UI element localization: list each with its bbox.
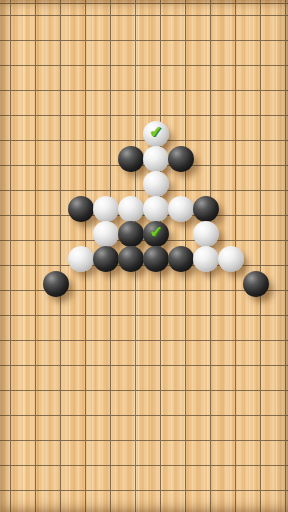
stones-layer: ✔✔ <box>0 0 288 512</box>
white-stone <box>218 246 244 272</box>
black-stone: ✔ <box>143 221 169 247</box>
black-stone <box>168 246 194 272</box>
white-stone <box>93 221 119 247</box>
black-stone <box>43 271 69 297</box>
black-stone <box>93 246 119 272</box>
black-stone <box>243 271 269 297</box>
white-stone <box>68 246 94 272</box>
white-stone <box>193 221 219 247</box>
black-stone <box>193 196 219 222</box>
black-stone <box>118 146 144 172</box>
last-move-check-icon: ✔ <box>149 124 163 141</box>
white-stone: ✔ <box>143 121 169 147</box>
white-stone <box>118 196 144 222</box>
black-stone <box>168 146 194 172</box>
black-stone <box>68 196 94 222</box>
black-stone <box>118 246 144 272</box>
white-stone <box>168 196 194 222</box>
white-stone <box>143 171 169 197</box>
white-stone <box>143 146 169 172</box>
black-stone <box>118 221 144 247</box>
last-move-check-icon: ✔ <box>149 224 163 241</box>
gomoku-game-screen: ✔✔ <box>0 0 288 512</box>
white-stone <box>93 196 119 222</box>
white-stone <box>143 196 169 222</box>
black-stone <box>143 246 169 272</box>
white-stone <box>193 246 219 272</box>
